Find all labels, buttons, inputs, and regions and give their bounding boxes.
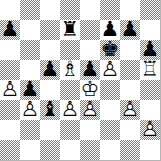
white-pawn-e3: ♟♙ xyxy=(80,100,100,120)
square-c3[interactable]: ♝ xyxy=(40,100,60,120)
black-pawn-c5: ♟ xyxy=(40,60,60,80)
square-d1[interactable] xyxy=(60,140,80,160)
white-bishop-d5: ♝♗ xyxy=(60,60,80,80)
square-a6[interactable] xyxy=(0,40,20,60)
square-a1[interactable] xyxy=(0,140,20,160)
square-c4[interactable] xyxy=(40,80,60,100)
square-c6[interactable] xyxy=(40,40,60,60)
square-h5[interactable]: ♜♖ xyxy=(140,60,160,80)
white-pawn-h2: ♟♙ xyxy=(140,120,160,140)
square-e3[interactable]: ♟♙ xyxy=(80,100,100,120)
square-f4[interactable] xyxy=(100,80,120,100)
square-e6[interactable] xyxy=(80,40,100,60)
black-king-f6: ♚ xyxy=(100,40,120,60)
square-c5[interactable]: ♟ xyxy=(40,60,60,80)
square-h6[interactable]: ♟ xyxy=(140,40,160,60)
square-a8[interactable] xyxy=(0,0,20,20)
square-b7[interactable] xyxy=(20,20,40,40)
black-pawn-f7: ♟ xyxy=(100,20,120,40)
square-g6[interactable] xyxy=(120,40,140,60)
square-e1[interactable] xyxy=(80,140,100,160)
black-pawn-h6: ♟ xyxy=(140,40,160,60)
black-pawn-a7: ♟ xyxy=(0,20,20,40)
square-e5[interactable]: ♟ xyxy=(80,60,100,80)
white-pawn-d3: ♟♙ xyxy=(60,100,80,120)
square-d4[interactable] xyxy=(60,80,80,100)
square-f5[interactable]: ♟♙ xyxy=(100,60,120,80)
black-pawn-e5: ♟ xyxy=(80,60,100,80)
square-c7[interactable] xyxy=(40,20,60,40)
square-g5[interactable] xyxy=(120,60,140,80)
square-f3[interactable] xyxy=(100,100,120,120)
square-g1[interactable] xyxy=(120,140,140,160)
square-b2[interactable] xyxy=(20,120,40,140)
square-e7[interactable] xyxy=(80,20,100,40)
white-pawn-a4: ♟♙ xyxy=(0,80,20,100)
square-b1[interactable] xyxy=(20,140,40,160)
square-a2[interactable] xyxy=(0,120,20,140)
square-a4[interactable]: ♟♙ xyxy=(0,80,20,100)
square-c2[interactable] xyxy=(40,120,60,140)
square-h8[interactable] xyxy=(140,0,160,20)
square-e8[interactable] xyxy=(80,0,100,20)
square-g8[interactable] xyxy=(120,0,140,20)
square-h4[interactable] xyxy=(140,80,160,100)
square-g7[interactable]: ♟ xyxy=(120,20,140,40)
square-b3[interactable]: ♟♙ xyxy=(20,100,40,120)
chess-board: ♟♜♟♟♚♟♟♝♗♟♟♙♜♖♟♙♟♚♔♟♙♝♟♙♟♙♟♙♟♙ xyxy=(0,0,161,161)
square-b8[interactable] xyxy=(20,0,40,20)
square-h3[interactable] xyxy=(140,100,160,120)
square-f6[interactable]: ♚ xyxy=(100,40,120,60)
white-pawn-f5: ♟♙ xyxy=(100,60,120,80)
square-f7[interactable]: ♟ xyxy=(100,20,120,40)
square-g2[interactable] xyxy=(120,120,140,140)
square-g4[interactable] xyxy=(120,80,140,100)
square-c1[interactable] xyxy=(40,140,60,160)
square-b6[interactable] xyxy=(20,40,40,60)
square-g3[interactable]: ♟♙ xyxy=(120,100,140,120)
square-b5[interactable] xyxy=(20,60,40,80)
square-f1[interactable] xyxy=(100,140,120,160)
white-pawn-g3: ♟♙ xyxy=(120,100,140,120)
black-rook-d7: ♜ xyxy=(60,20,80,40)
square-b4[interactable]: ♟ xyxy=(20,80,40,100)
square-a7[interactable]: ♟ xyxy=(0,20,20,40)
square-f8[interactable] xyxy=(100,0,120,20)
square-d3[interactable]: ♟♙ xyxy=(60,100,80,120)
square-d8[interactable] xyxy=(60,0,80,20)
black-bishop-c3: ♝ xyxy=(40,100,60,120)
square-e2[interactable] xyxy=(80,120,100,140)
square-d2[interactable] xyxy=(60,120,80,140)
square-d5[interactable]: ♝♗ xyxy=(60,60,80,80)
square-h1[interactable] xyxy=(140,140,160,160)
white-pawn-b3: ♟♙ xyxy=(20,100,40,120)
square-d7[interactable]: ♜ xyxy=(60,20,80,40)
square-h2[interactable]: ♟♙ xyxy=(140,120,160,140)
black-pawn-b4: ♟ xyxy=(20,80,40,100)
square-d6[interactable] xyxy=(60,40,80,60)
square-c8[interactable] xyxy=(40,0,60,20)
white-king-e4: ♚♔ xyxy=(80,80,100,100)
square-a3[interactable] xyxy=(0,100,20,120)
square-f2[interactable] xyxy=(100,120,120,140)
square-e4[interactable]: ♚♔ xyxy=(80,80,100,100)
square-h7[interactable] xyxy=(140,20,160,40)
white-rook-h5: ♜♖ xyxy=(140,60,160,80)
black-pawn-g7: ♟ xyxy=(120,20,140,40)
square-a5[interactable] xyxy=(0,60,20,80)
